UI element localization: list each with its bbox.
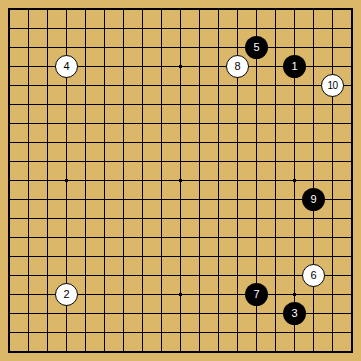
star-point: [179, 65, 182, 68]
move-number: 5: [253, 42, 259, 53]
stone-black-o17: 5: [245, 36, 268, 59]
go-board: 12345678910: [0, 0, 361, 361]
star-point: [179, 179, 182, 182]
stone-black-o4: 7: [245, 283, 268, 306]
move-number: 10: [327, 81, 337, 91]
board-grid[interactable]: 12345678910: [0, 0, 361, 361]
move-number: 9: [310, 194, 316, 205]
star-point: [179, 293, 182, 296]
stone-black-q16: 1: [283, 55, 306, 78]
stone-black-q3: 3: [283, 302, 306, 325]
stone-black-r9: 9: [302, 188, 325, 211]
stone-white-r5: 6: [302, 264, 325, 287]
stone-white-d4: 2: [55, 283, 78, 306]
move-number: 1: [291, 61, 297, 72]
star-point: [65, 179, 68, 182]
star-point: [293, 293, 296, 296]
move-number: 4: [63, 61, 69, 72]
star-point: [293, 179, 296, 182]
move-number: 7: [253, 289, 259, 300]
stone-white-n16: 8: [226, 55, 249, 78]
stone-white-s15: 10: [321, 74, 344, 97]
move-number: 2: [63, 289, 69, 300]
move-number: 3: [291, 308, 297, 319]
move-number: 8: [234, 61, 240, 72]
stone-white-d16: 4: [55, 55, 78, 78]
move-number: 6: [310, 270, 316, 281]
